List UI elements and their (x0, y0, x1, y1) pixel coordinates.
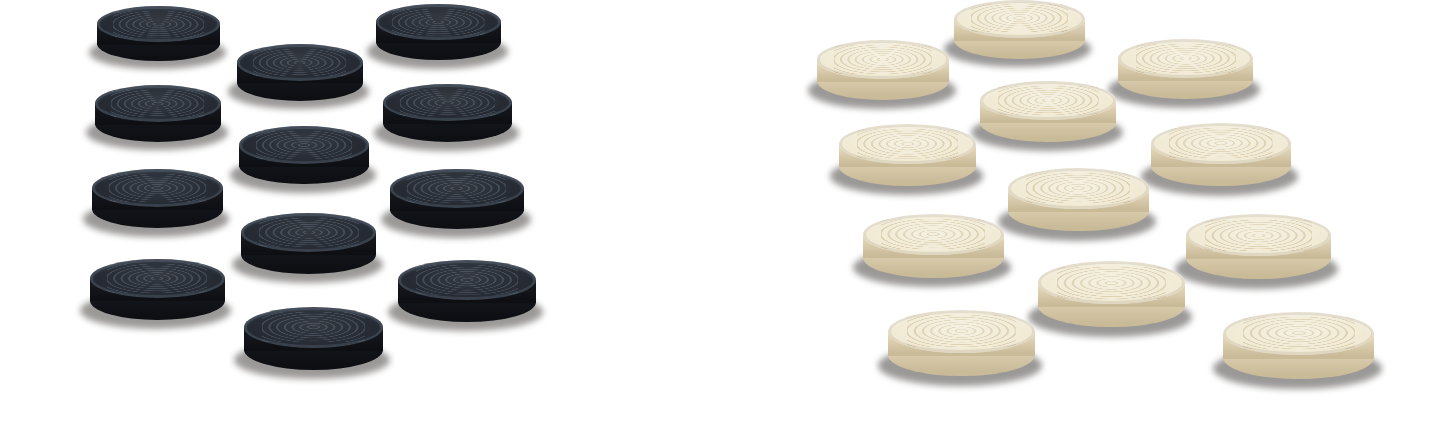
wood-grain-texture (78, 324, 235, 374)
wood-grain-texture (1037, 330, 1223, 382)
square-r8c7[interactable] (1037, 330, 1223, 382)
black-checker-r6c2[interactable] (241, 213, 375, 274)
black-checker-r3c3[interactable] (383, 84, 512, 142)
piece-top-face (817, 40, 949, 78)
piece-top-face (92, 169, 223, 207)
white-checker-r3c7[interactable] (980, 81, 1116, 142)
white-checker-r4c6[interactable] (839, 124, 976, 185)
square-r3c4[interactable] (518, 102, 673, 144)
piece-top-face (383, 84, 512, 122)
black-checker-r8c2[interactable] (244, 307, 383, 370)
square-r8c3[interactable] (391, 326, 556, 377)
piece-top-face (954, 0, 1085, 38)
wood-grain-texture (657, 61, 814, 102)
square-r5c4[interactable] (530, 188, 691, 233)
piece-top-face (888, 310, 1035, 353)
square-r6c4[interactable] (536, 232, 700, 279)
piece-top-face (239, 126, 369, 164)
white-checker-r2c6[interactable] (817, 40, 949, 99)
piece-top-face (1223, 312, 1374, 356)
white-checker-r4c8[interactable] (1151, 123, 1291, 186)
square-r2c4[interactable] (513, 61, 666, 102)
wood-grain-texture (710, 328, 886, 380)
checkers-board-photo (0, 0, 1445, 434)
piece-top-face (1118, 39, 1253, 78)
white-checker-r2c8[interactable] (1118, 39, 1253, 100)
white-checker-r8c8[interactable] (1223, 312, 1374, 380)
piece-top-face (398, 260, 537, 300)
wood-grain-texture (542, 279, 709, 328)
square-r1c5[interactable] (649, 21, 803, 61)
black-checker-r7c1[interactable] (90, 259, 225, 320)
piece-top-face (839, 124, 976, 164)
piece-top-face (237, 44, 363, 80)
black-checker-r5c1[interactable] (92, 169, 223, 228)
wood-grain-texture (518, 102, 673, 144)
black-checker-r2c2[interactable] (237, 44, 363, 101)
square-r7c5[interactable] (700, 280, 872, 330)
wood-grain-texture (507, 22, 657, 62)
wood-grain-texture (391, 326, 556, 377)
square-r7c4[interactable] (542, 279, 709, 328)
wood-grain-texture (673, 144, 836, 188)
square-r4c5[interactable] (673, 144, 836, 188)
black-checker-r1c1[interactable] (97, 6, 219, 61)
square-r8c4[interactable] (549, 327, 719, 378)
piece-top-face (1151, 123, 1291, 164)
white-checker-r5c7[interactable] (1008, 168, 1149, 231)
white-checker-r6c6[interactable] (863, 214, 1005, 278)
piece-top-face (244, 307, 383, 347)
square-r8c5[interactable] (710, 328, 886, 380)
black-checker-r3c1[interactable] (95, 85, 221, 142)
black-checker-r4c2[interactable] (239, 126, 369, 184)
piece-top-face (97, 6, 219, 41)
piece-top-face (1186, 214, 1331, 256)
piece-top-face (90, 259, 225, 298)
black-checker-r1c3[interactable] (376, 4, 501, 60)
piece-top-face (95, 85, 221, 122)
piece-top-face (1008, 168, 1149, 209)
piece-top-face (980, 81, 1116, 120)
square-r8c1[interactable] (78, 324, 235, 374)
piece-top-face (390, 169, 524, 208)
wood-grain-texture (530, 188, 691, 233)
white-checker-r7c7[interactable] (1038, 261, 1184, 327)
piece-top-face (1038, 261, 1184, 303)
square-r3c5[interactable] (665, 102, 825, 145)
black-checker-r7c3[interactable] (398, 260, 537, 322)
square-r1c4[interactable] (507, 22, 657, 62)
square-r4c4[interactable] (524, 144, 682, 188)
wood-grain-texture (691, 233, 860, 281)
white-checker-r1c7[interactable] (954, 0, 1085, 59)
black-checker-r5c3[interactable] (390, 169, 524, 229)
white-checker-r8c6[interactable] (888, 310, 1035, 376)
square-r2c5[interactable] (657, 61, 814, 102)
square-r6c5[interactable] (691, 233, 860, 281)
piece-top-face (863, 214, 1005, 255)
square-r5c5[interactable] (682, 188, 848, 234)
white-checker-r6c8[interactable] (1186, 214, 1331, 279)
